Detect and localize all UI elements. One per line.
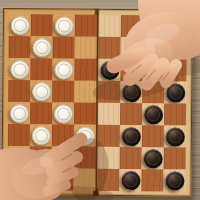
square[interactable] [120, 59, 142, 81]
black-piece[interactable] [122, 83, 141, 102]
square[interactable] [52, 80, 74, 102]
square[interactable] [98, 147, 120, 169]
square[interactable] [8, 80, 30, 102]
square[interactable] [143, 15, 165, 37]
square[interactable] [8, 146, 30, 168]
square[interactable] [30, 102, 52, 124]
square[interactable] [164, 103, 186, 125]
square[interactable] [9, 36, 31, 58]
white-piece[interactable] [10, 104, 29, 123]
square[interactable] [52, 146, 74, 168]
white-piece[interactable] [53, 104, 72, 123]
square[interactable] [74, 59, 96, 81]
square[interactable] [141, 169, 163, 191]
black-piece[interactable] [143, 149, 162, 168]
white-piece[interactable] [10, 16, 29, 35]
white-piece[interactable] [10, 60, 29, 79]
square[interactable] [164, 59, 186, 81]
square[interactable] [51, 168, 73, 190]
square[interactable] [74, 147, 96, 169]
square[interactable] [98, 103, 120, 125]
square[interactable] [75, 37, 97, 59]
square[interactable] [99, 37, 121, 59]
square[interactable] [142, 125, 164, 147]
square[interactable] [121, 37, 143, 59]
square[interactable] [52, 124, 74, 146]
square[interactable] [30, 146, 52, 168]
black-piece[interactable] [121, 127, 140, 146]
square[interactable] [120, 147, 142, 169]
square[interactable] [97, 169, 119, 191]
square[interactable] [74, 103, 96, 125]
square[interactable] [53, 36, 75, 58]
square[interactable] [31, 14, 53, 36]
black-piece[interactable] [166, 83, 185, 102]
square[interactable] [165, 37, 187, 59]
checkers-board [1, 8, 193, 197]
black-piece[interactable] [143, 105, 162, 124]
white-piece[interactable] [32, 38, 51, 57]
black-piece[interactable] [165, 127, 184, 146]
table-surface [0, 0, 200, 200]
white-piece[interactable] [54, 60, 73, 79]
black-piece[interactable] [100, 60, 119, 79]
square[interactable] [121, 15, 143, 37]
square[interactable] [164, 147, 186, 169]
black-piece[interactable] [165, 171, 184, 190]
square[interactable] [98, 81, 120, 103]
square[interactable] [29, 168, 51, 190]
square[interactable] [98, 125, 120, 147]
square[interactable] [7, 168, 29, 190]
square[interactable] [75, 15, 97, 37]
square[interactable] [73, 169, 95, 191]
square[interactable] [143, 37, 165, 59]
white-piece[interactable] [75, 126, 94, 145]
square[interactable] [30, 58, 52, 80]
white-piece[interactable] [31, 126, 50, 145]
black-piece[interactable] [121, 171, 140, 190]
square[interactable] [165, 15, 187, 37]
square[interactable] [142, 81, 164, 103]
square[interactable] [120, 103, 142, 125]
white-piece[interactable] [32, 82, 51, 101]
square[interactable] [8, 124, 30, 146]
black-piece[interactable] [144, 61, 163, 80]
square[interactable] [99, 15, 121, 37]
square[interactable] [74, 81, 96, 103]
white-piece[interactable] [54, 16, 73, 35]
